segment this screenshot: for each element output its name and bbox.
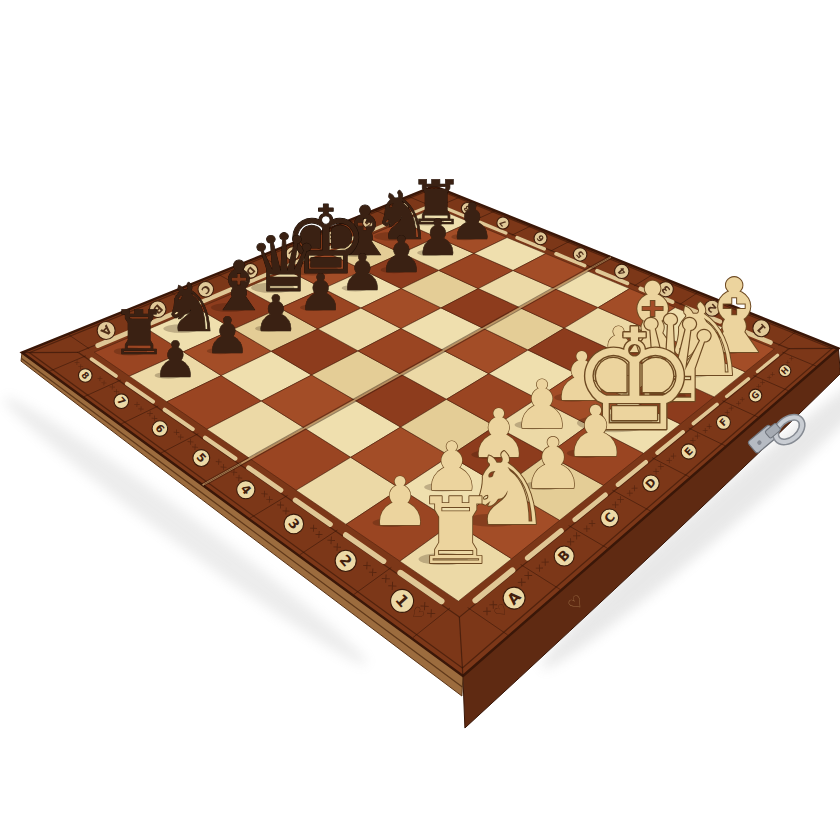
- board-scene: AABBCCDDEEFFGGHH1122334455667788××××××××…: [0, 0, 840, 839]
- piece-black-pawn-b7: ♟: [205, 306, 250, 365]
- piece-white-rook-a1: ♜: [415, 478, 497, 585]
- piece-black-pawn-c7: ♟: [253, 284, 298, 343]
- piece-black-pawn-e7: ♟: [340, 243, 385, 302]
- piece-black-pawn-f7: ♟: [379, 225, 424, 284]
- piece-black-pawn-d7: ♟: [298, 263, 343, 322]
- chess-set-product-photo: AABBCCDDEEFFGGHH1122334455667788××××××××…: [0, 0, 840, 839]
- piece-black-pawn-a7: ♟: [153, 330, 198, 389]
